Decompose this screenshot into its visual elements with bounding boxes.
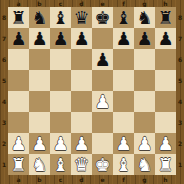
file-label-f-bottom: f xyxy=(113,175,134,184)
square-f3[interactable] xyxy=(113,112,134,133)
file-label-h-bottom: h xyxy=(155,175,176,184)
square-a8[interactable]: ♜ xyxy=(8,7,29,28)
square-h8[interactable]: ♜ xyxy=(155,7,176,28)
piece-black-pawn-b7[interactable]: ♟ xyxy=(31,28,47,49)
square-f6[interactable] xyxy=(113,49,134,70)
square-b4[interactable] xyxy=(29,91,50,112)
rank-label-2-right: 2 xyxy=(176,133,184,154)
piece-white-pawn-h2[interactable]: ♟ xyxy=(157,133,173,154)
file-label-h-top: h xyxy=(155,0,176,7)
piece-white-pawn-f2[interactable]: ♟ xyxy=(115,133,131,154)
square-e3[interactable] xyxy=(92,112,113,133)
piece-white-bishop-c1[interactable]: ♝ xyxy=(52,154,68,175)
file-label-c-bottom: c xyxy=(50,175,71,184)
file-label-b-bottom: b xyxy=(29,175,50,184)
square-c3[interactable] xyxy=(50,112,71,133)
file-label-e-top: e xyxy=(92,0,113,7)
piece-black-knight-b8[interactable]: ♞ xyxy=(31,7,47,28)
square-g5[interactable] xyxy=(134,70,155,91)
square-d7[interactable]: ♟ xyxy=(71,28,92,49)
square-e1[interactable]: ♚ xyxy=(92,154,113,175)
rank-label-4-left: 4 xyxy=(0,91,8,112)
square-f1[interactable]: ♝ xyxy=(113,154,134,175)
square-g2[interactable]: ♟ xyxy=(134,133,155,154)
rank-labels-left: 87654321 xyxy=(0,7,8,175)
piece-white-pawn-g2[interactable]: ♟ xyxy=(136,133,152,154)
square-c8[interactable]: ♝ xyxy=(50,7,71,28)
square-b2[interactable]: ♟ xyxy=(29,133,50,154)
square-e2[interactable] xyxy=(92,133,113,154)
square-c4[interactable] xyxy=(50,91,71,112)
square-f2[interactable]: ♟ xyxy=(113,133,134,154)
square-c5[interactable] xyxy=(50,70,71,91)
square-c7[interactable]: ♟ xyxy=(50,28,71,49)
chess-board: ♜♞♝♛♚♝♞♜♟♟♟♟♟♟♟♟♟♟♟♟♟♟♟♟♜♞♝♛♚♝♞♜ xyxy=(8,7,176,175)
piece-black-pawn-e6[interactable]: ♟ xyxy=(94,49,110,70)
square-a4[interactable] xyxy=(8,91,29,112)
piece-black-rook-a8[interactable]: ♜ xyxy=(10,7,26,28)
square-d4[interactable] xyxy=(71,91,92,112)
square-b6[interactable] xyxy=(29,49,50,70)
piece-black-king-e8[interactable]: ♚ xyxy=(94,7,110,28)
rank-label-3-left: 3 xyxy=(0,112,8,133)
file-label-f-top: f xyxy=(113,0,134,7)
square-g6[interactable] xyxy=(134,49,155,70)
rank-label-6-left: 6 xyxy=(0,49,8,70)
rank-label-1-left: 1 xyxy=(0,154,8,175)
piece-black-pawn-g7[interactable]: ♟ xyxy=(136,28,152,49)
square-b8[interactable]: ♞ xyxy=(29,7,50,28)
square-b7[interactable]: ♟ xyxy=(29,28,50,49)
rank-labels-right: 87654321 xyxy=(176,7,184,175)
file-label-d-top: d xyxy=(71,0,92,7)
piece-black-pawn-d7[interactable]: ♟ xyxy=(73,28,89,49)
square-f5[interactable] xyxy=(113,70,134,91)
file-label-e-bottom: e xyxy=(92,175,113,184)
piece-white-knight-b1[interactable]: ♞ xyxy=(31,154,47,175)
piece-black-pawn-f7[interactable]: ♟ xyxy=(115,28,131,49)
square-g8[interactable]: ♞ xyxy=(134,7,155,28)
square-b5[interactable] xyxy=(29,70,50,91)
square-d3[interactable] xyxy=(71,112,92,133)
rank-label-7-left: 7 xyxy=(0,28,8,49)
square-c2[interactable]: ♟ xyxy=(50,133,71,154)
square-h7[interactable]: ♟ xyxy=(155,28,176,49)
square-a1[interactable]: ♜ xyxy=(8,154,29,175)
square-g1[interactable]: ♞ xyxy=(134,154,155,175)
file-labels-bottom: abcdefgh xyxy=(8,175,176,184)
piece-black-pawn-h7[interactable]: ♟ xyxy=(157,28,173,49)
file-label-g-top: g xyxy=(134,0,155,7)
square-d1[interactable]: ♛ xyxy=(71,154,92,175)
piece-black-rook-h8[interactable]: ♜ xyxy=(157,7,173,28)
piece-black-pawn-c7[interactable]: ♟ xyxy=(52,28,68,49)
piece-black-queen-d8[interactable]: ♛ xyxy=(73,7,89,28)
square-d2[interactable]: ♟ xyxy=(71,133,92,154)
piece-white-queen-d1[interactable]: ♛ xyxy=(73,154,89,175)
square-g7[interactable]: ♟ xyxy=(134,28,155,49)
file-label-a-bottom: a xyxy=(8,175,29,184)
square-a3[interactable] xyxy=(8,112,29,133)
piece-white-knight-g1[interactable]: ♞ xyxy=(136,154,152,175)
square-h2[interactable]: ♟ xyxy=(155,133,176,154)
square-g3[interactable] xyxy=(134,112,155,133)
rank-label-5-left: 5 xyxy=(0,70,8,91)
rank-label-2-left: 2 xyxy=(0,133,8,154)
square-b3[interactable] xyxy=(29,112,50,133)
piece-black-knight-g8[interactable]: ♞ xyxy=(136,7,152,28)
file-label-d-bottom: d xyxy=(71,175,92,184)
square-h4[interactable] xyxy=(155,91,176,112)
square-a6[interactable] xyxy=(8,49,29,70)
piece-white-bishop-f1[interactable]: ♝ xyxy=(115,154,131,175)
piece-black-pawn-a7[interactable]: ♟ xyxy=(10,28,26,49)
rank-label-8-right: 8 xyxy=(176,7,184,28)
piece-black-bishop-f8[interactable]: ♝ xyxy=(115,7,131,28)
piece-white-pawn-b2[interactable]: ♟ xyxy=(31,133,47,154)
square-a5[interactable] xyxy=(8,70,29,91)
rank-label-6-right: 6 xyxy=(176,49,184,70)
square-d6[interactable] xyxy=(71,49,92,70)
piece-white-king-e1[interactable]: ♚ xyxy=(94,154,110,175)
piece-white-rook-a1[interactable]: ♜ xyxy=(10,154,26,175)
rank-label-1-right: 1 xyxy=(176,154,184,175)
square-e6[interactable]: ♟ xyxy=(92,49,113,70)
piece-black-bishop-c8[interactable]: ♝ xyxy=(52,7,68,28)
file-label-g-bottom: g xyxy=(134,175,155,184)
piece-white-pawn-d2[interactable]: ♟ xyxy=(73,133,89,154)
rank-label-5-right: 5 xyxy=(176,70,184,91)
square-a2[interactable]: ♟ xyxy=(8,133,29,154)
square-h1[interactable]: ♜ xyxy=(155,154,176,175)
file-label-b-top: b xyxy=(29,0,50,7)
square-e5[interactable] xyxy=(92,70,113,91)
square-c6[interactable] xyxy=(50,49,71,70)
square-f4[interactable] xyxy=(113,91,134,112)
square-c1[interactable]: ♝ xyxy=(50,154,71,175)
chess-board-frame: abcdefgh abcdefgh 87654321 87654321 ♜♞♝♛… xyxy=(0,0,184,184)
rank-label-4-right: 4 xyxy=(176,91,184,112)
piece-white-pawn-e4[interactable]: ♟ xyxy=(94,91,110,112)
rank-label-3-right: 3 xyxy=(176,112,184,133)
piece-white-rook-h1[interactable]: ♜ xyxy=(157,154,173,175)
square-f7[interactable]: ♟ xyxy=(113,28,134,49)
piece-white-pawn-a2[interactable]: ♟ xyxy=(10,133,26,154)
square-h3[interactable] xyxy=(155,112,176,133)
square-b1[interactable]: ♞ xyxy=(29,154,50,175)
square-h5[interactable] xyxy=(155,70,176,91)
rank-label-7-right: 7 xyxy=(176,28,184,49)
square-h6[interactable] xyxy=(155,49,176,70)
square-d5[interactable] xyxy=(71,70,92,91)
square-g4[interactable] xyxy=(134,91,155,112)
file-label-a-top: a xyxy=(8,0,29,7)
square-a7[interactable]: ♟ xyxy=(8,28,29,49)
square-e4[interactable]: ♟ xyxy=(92,91,113,112)
piece-white-pawn-c2[interactable]: ♟ xyxy=(52,133,68,154)
square-e7[interactable] xyxy=(92,28,113,49)
file-labels-top: abcdefgh xyxy=(8,0,176,7)
square-d8[interactable]: ♛ xyxy=(71,7,92,28)
file-label-c-top: c xyxy=(50,0,71,7)
square-e8[interactable]: ♚ xyxy=(92,7,113,28)
square-f8[interactable]: ♝ xyxy=(113,7,134,28)
rank-label-8-left: 8 xyxy=(0,7,8,28)
